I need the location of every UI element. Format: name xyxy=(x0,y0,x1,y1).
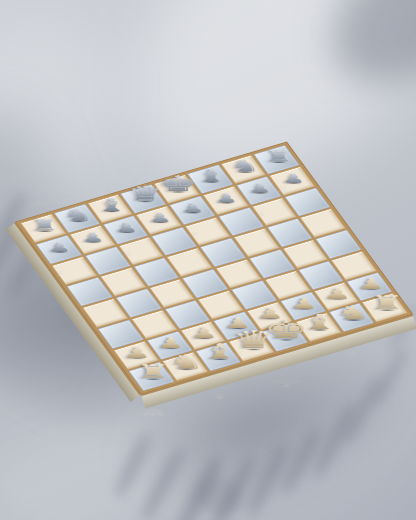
shadow-streak xyxy=(243,441,293,519)
shadow-streak xyxy=(111,430,154,499)
shadow-streak xyxy=(277,425,324,497)
shadow-streak xyxy=(138,446,188,520)
shadow-streak xyxy=(170,453,226,520)
shadow-streak xyxy=(310,399,359,480)
shadow-streak xyxy=(193,474,245,517)
shadow-band xyxy=(304,0,416,114)
light-patch xyxy=(0,393,213,520)
shadow-streak xyxy=(369,345,411,409)
scene: ♜♜♞♝♝♚♛♛♝♞♞♜♟♟♟♟♟♟♟♟♟♟♟♟♟♟♟♟♟♟♟♟♟♟♟♟♜♞♞♝… xyxy=(0,0,416,520)
chess-board xyxy=(16,142,412,393)
shadow-streak xyxy=(207,454,260,520)
shadow-streak xyxy=(339,373,385,447)
